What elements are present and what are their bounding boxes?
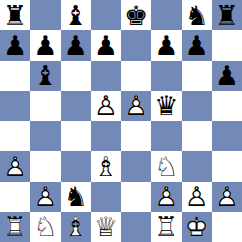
piece-black-bishop: ♝ <box>61 0 91 30</box>
square-b6[interactable]: ♝ <box>30 61 60 91</box>
piece-black-pawn: ♟ <box>151 30 181 60</box>
square-c4[interactable] <box>61 121 91 151</box>
square-a3[interactable]: ♟♙ <box>0 151 30 181</box>
piece-outline-layer: ♖ <box>0 212 30 242</box>
square-f8[interactable] <box>151 0 181 30</box>
square-a4[interactable] <box>0 121 30 151</box>
square-g2[interactable]: ♟♙ <box>182 182 212 212</box>
piece-black-knight: ♞ <box>182 0 212 30</box>
square-f2[interactable]: ♟♙ <box>151 182 181 212</box>
square-h2[interactable]: ♟♙ <box>212 182 242 212</box>
piece-fill-layer: ♟ <box>91 30 121 60</box>
piece-outline-layer: ♙ <box>91 91 121 121</box>
piece-black-pawn: ♟ <box>91 30 121 60</box>
square-h3[interactable] <box>212 151 242 181</box>
square-h8[interactable]: ♜ <box>212 0 242 30</box>
square-f3[interactable]: ♞♘ <box>151 151 181 181</box>
piece-fill-layer: ♜ <box>212 0 242 30</box>
square-e3[interactable] <box>121 151 151 181</box>
piece-fill-layer: ♚ <box>121 0 151 30</box>
piece-outline-layer: ♖ <box>151 212 181 242</box>
square-a7[interactable]: ♟ <box>0 30 30 60</box>
piece-fill-layer: ♟ <box>182 30 212 60</box>
square-b8[interactable] <box>30 0 60 30</box>
square-b1[interactable]: ♞♘ <box>30 212 60 242</box>
square-d4[interactable] <box>91 121 121 151</box>
piece-outline-layer: ♙ <box>30 182 60 212</box>
piece-outline-layer: ♗ <box>61 212 91 242</box>
piece-fill-layer: ♟ <box>61 30 91 60</box>
square-g3[interactable] <box>182 151 212 181</box>
square-e5[interactable]: ♟♙ <box>121 91 151 121</box>
square-e6[interactable] <box>121 61 151 91</box>
square-b2[interactable]: ♟♙ <box>30 182 60 212</box>
piece-fill-layer: ♞ <box>61 182 91 212</box>
square-d2[interactable] <box>91 182 121 212</box>
square-a8[interactable]: ♜ <box>0 0 30 30</box>
piece-white-pawn: ♟♙ <box>0 151 30 181</box>
square-c2[interactable]: ♞ <box>61 182 91 212</box>
piece-fill-layer: ♟ <box>0 30 30 60</box>
piece-black-bishop: ♝ <box>30 61 60 91</box>
square-e1[interactable] <box>121 212 151 242</box>
square-c7[interactable]: ♟ <box>61 30 91 60</box>
piece-white-pawn: ♟♙ <box>30 182 60 212</box>
square-c5[interactable] <box>61 91 91 121</box>
square-g8[interactable]: ♞ <box>182 0 212 30</box>
piece-white-bishop: ♝♗ <box>91 151 121 181</box>
square-b3[interactable] <box>30 151 60 181</box>
square-a2[interactable] <box>0 182 30 212</box>
piece-outline-layer: ♙ <box>151 182 181 212</box>
square-h1[interactable] <box>212 212 242 242</box>
piece-fill-layer: ♞ <box>182 0 212 30</box>
piece-white-knight: ♞♘ <box>30 212 60 242</box>
piece-white-pawn: ♟♙ <box>121 91 151 121</box>
piece-fill-layer: ♝ <box>30 61 60 91</box>
square-a6[interactable] <box>0 61 30 91</box>
piece-black-pawn: ♟ <box>182 30 212 60</box>
square-f7[interactable]: ♟ <box>151 30 181 60</box>
square-c1[interactable]: ♝♗ <box>61 212 91 242</box>
piece-black-pawn: ♟ <box>30 30 60 60</box>
piece-white-rook: ♜♖ <box>151 212 181 242</box>
piece-fill-layer: ♟ <box>212 61 242 91</box>
piece-outline-layer: ♙ <box>212 182 242 212</box>
piece-fill-layer: ♛ <box>151 91 181 121</box>
piece-white-pawn: ♟♙ <box>182 182 212 212</box>
piece-fill-layer: ♝ <box>61 0 91 30</box>
piece-white-pawn: ♟♙ <box>212 182 242 212</box>
square-g1[interactable]: ♚♔ <box>182 212 212 242</box>
chess-board: ♜♝♚♞♜♟♟♟♟♟♟♝♟♟♙♟♙♛♟♙♝♗♞♘♟♙♞♟♙♟♙♟♙♜♖♞♘♝♗♛… <box>0 0 242 242</box>
piece-white-queen: ♛♕ <box>91 212 121 242</box>
piece-outline-layer: ♗ <box>91 151 121 181</box>
square-b4[interactable] <box>30 121 60 151</box>
piece-white-king: ♚♔ <box>182 212 212 242</box>
piece-white-pawn: ♟♙ <box>151 182 181 212</box>
square-c3[interactable] <box>61 151 91 181</box>
square-g5[interactable] <box>182 91 212 121</box>
square-c8[interactable]: ♝ <box>61 0 91 30</box>
piece-fill-layer: ♟ <box>30 30 60 60</box>
square-h5[interactable] <box>212 91 242 121</box>
square-b5[interactable] <box>30 91 60 121</box>
piece-outline-layer: ♙ <box>121 91 151 121</box>
square-d3[interactable]: ♝♗ <box>91 151 121 181</box>
piece-black-pawn: ♟ <box>212 61 242 91</box>
piece-outline-layer: ♘ <box>151 151 181 181</box>
square-e8[interactable]: ♚ <box>121 0 151 30</box>
square-d8[interactable] <box>91 0 121 30</box>
square-d7[interactable]: ♟ <box>91 30 121 60</box>
square-e7[interactable] <box>121 30 151 60</box>
piece-black-pawn: ♟ <box>0 30 30 60</box>
square-f1[interactable]: ♜♖ <box>151 212 181 242</box>
piece-white-knight: ♞♘ <box>151 151 181 181</box>
square-g6[interactable] <box>182 61 212 91</box>
piece-black-rook: ♜ <box>212 0 242 30</box>
piece-black-pawn: ♟ <box>61 30 91 60</box>
square-e2[interactable] <box>121 182 151 212</box>
square-b7[interactable]: ♟ <box>30 30 60 60</box>
piece-black-queen: ♛ <box>151 91 181 121</box>
square-h4[interactable] <box>212 121 242 151</box>
piece-outline-layer: ♙ <box>0 151 30 181</box>
piece-black-knight: ♞ <box>61 182 91 212</box>
square-a1[interactable]: ♜♖ <box>0 212 30 242</box>
piece-outline-layer: ♕ <box>91 212 121 242</box>
square-g4[interactable] <box>182 121 212 151</box>
square-h7[interactable] <box>212 30 242 60</box>
piece-outline-layer: ♘ <box>30 212 60 242</box>
piece-white-rook: ♜♖ <box>0 212 30 242</box>
piece-outline-layer: ♙ <box>182 182 212 212</box>
square-h6[interactable]: ♟ <box>212 61 242 91</box>
square-c6[interactable] <box>61 61 91 91</box>
piece-fill-layer: ♜ <box>0 0 30 30</box>
piece-outline-layer: ♔ <box>182 212 212 242</box>
square-d1[interactable]: ♛♕ <box>91 212 121 242</box>
square-f4[interactable] <box>151 121 181 151</box>
square-f5[interactable]: ♛ <box>151 91 181 121</box>
square-f6[interactable] <box>151 61 181 91</box>
square-e4[interactable] <box>121 121 151 151</box>
piece-black-rook: ♜ <box>0 0 30 30</box>
square-d6[interactable] <box>91 61 121 91</box>
piece-white-bishop: ♝♗ <box>61 212 91 242</box>
piece-white-pawn: ♟♙ <box>91 91 121 121</box>
square-a5[interactable] <box>0 91 30 121</box>
piece-black-king: ♚ <box>121 0 151 30</box>
square-g7[interactable]: ♟ <box>182 30 212 60</box>
square-d5[interactable]: ♟♙ <box>91 91 121 121</box>
piece-fill-layer: ♟ <box>151 30 181 60</box>
